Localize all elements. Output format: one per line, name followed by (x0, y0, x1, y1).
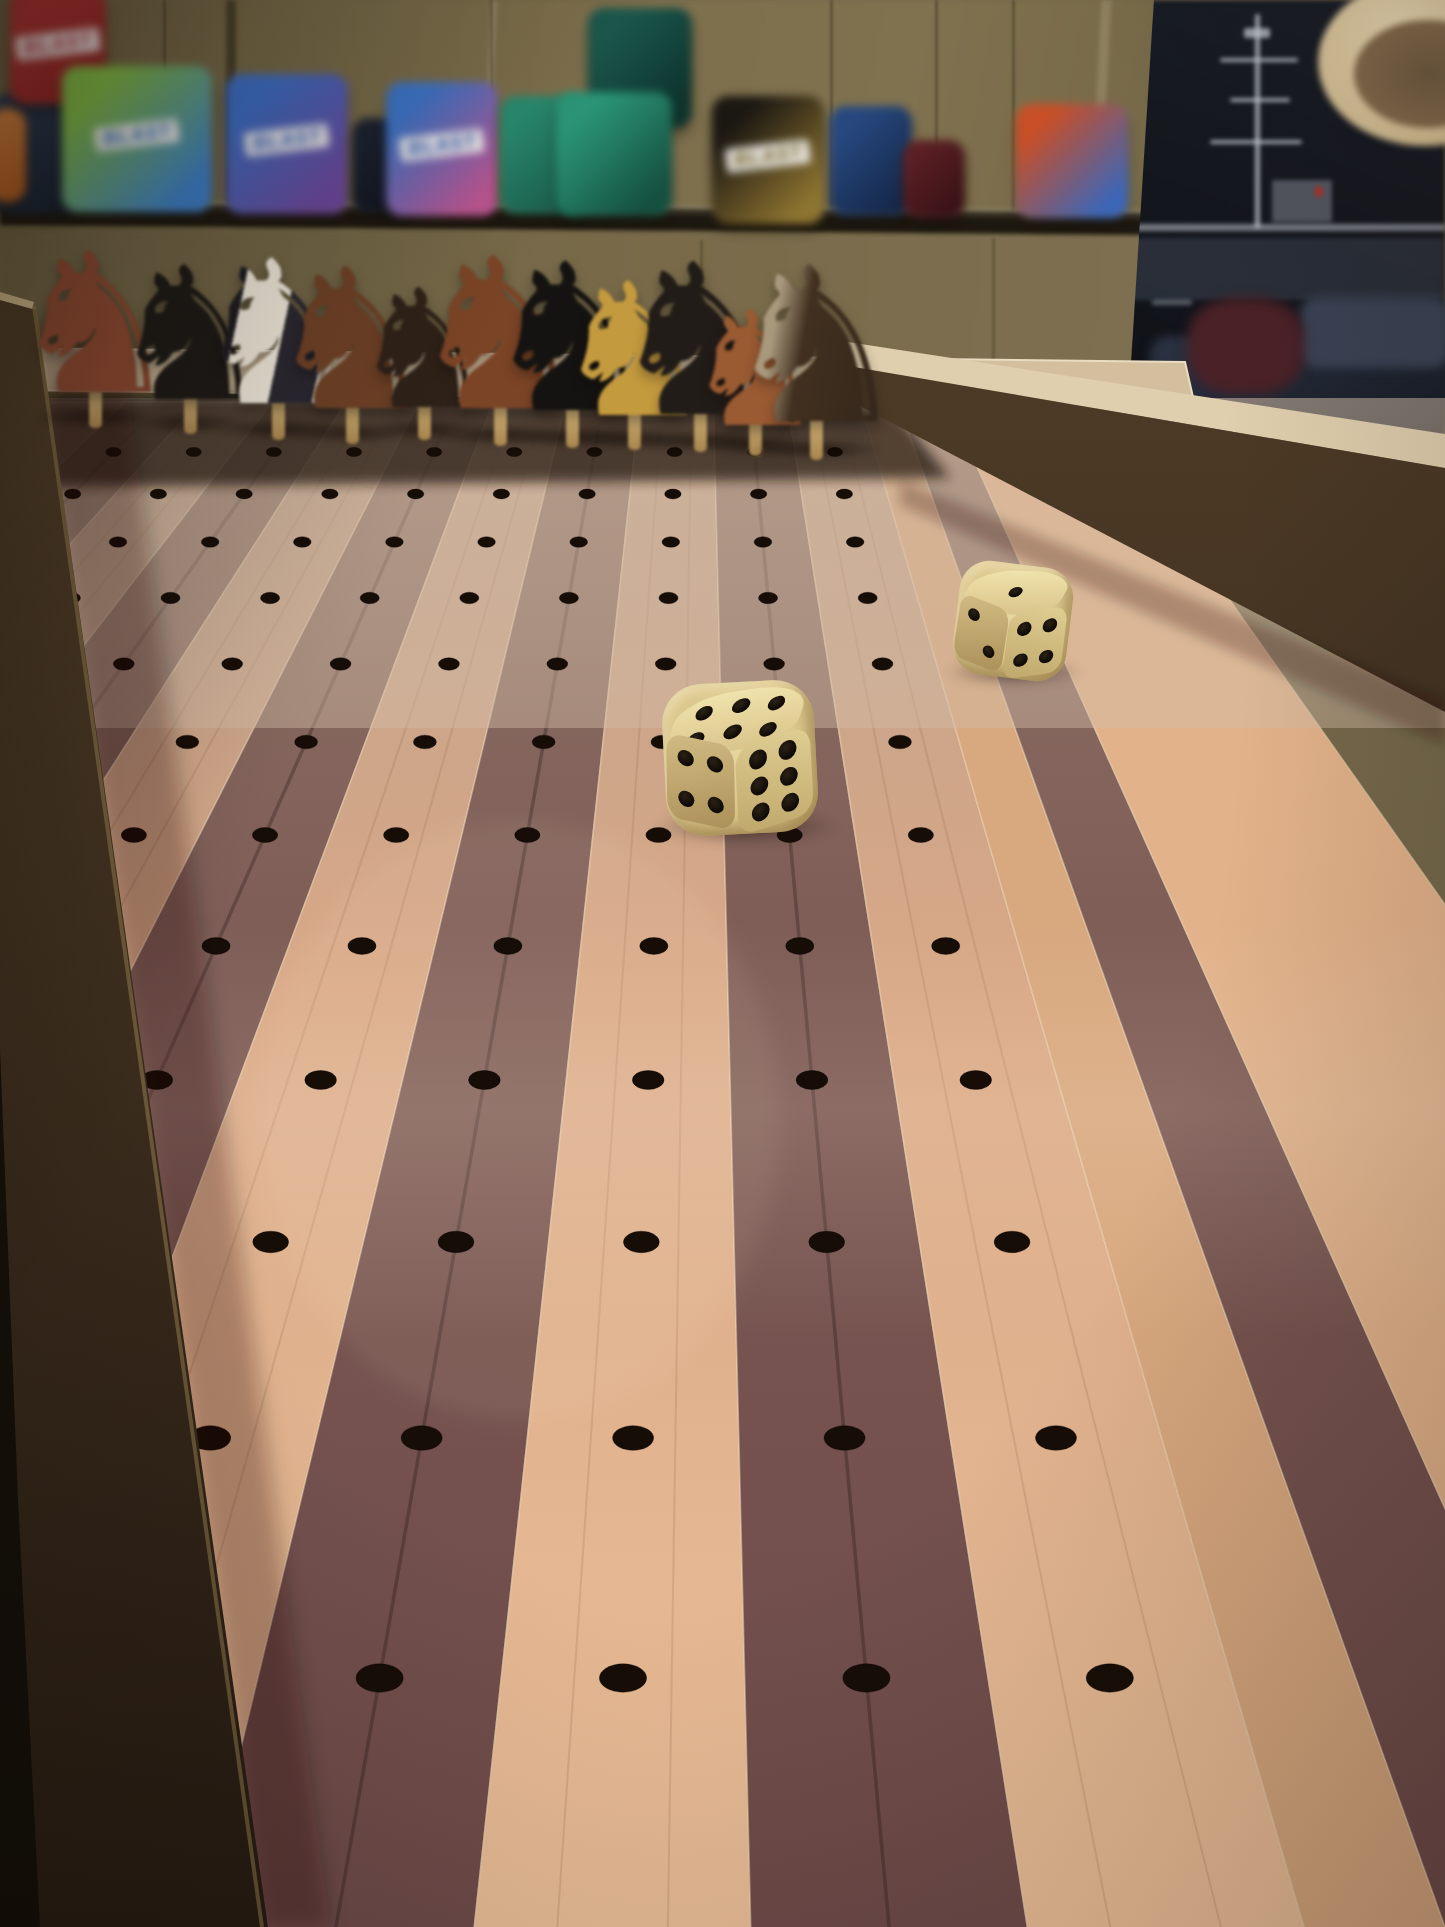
peg-hole (846, 537, 864, 548)
die-2 (949, 557, 1076, 684)
peg-hole (176, 735, 199, 749)
peg-hole (360, 592, 379, 603)
peg-hole (384, 827, 409, 842)
peg-hole (872, 658, 893, 671)
horse-race-game-scene: BLASTBLASTBLASTBLASTBLAST ♞♞♞♞♞♞♞♞♞♞♞ (0, 0, 1445, 1927)
peg-hole (843, 1664, 890, 1692)
peg-hole (570, 537, 588, 548)
peg-hole (150, 489, 166, 499)
peg-hole (438, 1231, 474, 1253)
peg-hole (786, 938, 814, 955)
die-pip (730, 697, 752, 714)
peg-hole (665, 489, 681, 499)
peg-hole (960, 1070, 992, 1089)
peg-hole (858, 592, 877, 603)
die-right-face (1002, 606, 1068, 679)
die-pip (693, 704, 715, 721)
peg-hole (469, 1070, 501, 1089)
peg-hole (386, 537, 404, 548)
die-pip (757, 720, 779, 737)
peg-hole (201, 537, 219, 548)
horse-piece-glyph: ♞ (719, 248, 913, 446)
peg-hole (439, 658, 460, 671)
peg-hole (161, 592, 180, 603)
die-pip (1038, 648, 1054, 664)
die-pip (678, 789, 695, 808)
die-pip (1012, 652, 1028, 668)
peg-hole (1086, 1664, 1133, 1692)
die-pip (781, 790, 800, 814)
die-pip (967, 606, 980, 622)
die-pip (766, 694, 788, 711)
peg-hole (824, 1426, 865, 1451)
peg-hole (623, 1231, 659, 1253)
peg-hole (222, 658, 243, 671)
peg-hole (252, 827, 277, 842)
peg-hole (640, 938, 668, 955)
peg-hole (547, 658, 568, 671)
peg-hole (261, 592, 280, 603)
peg-hole (253, 1231, 289, 1253)
die-pip (708, 795, 725, 814)
die-pip (779, 764, 798, 788)
die-pip (1006, 587, 1025, 598)
peg-hole (889, 735, 912, 749)
die-pip (1016, 621, 1032, 637)
peg-hole (659, 592, 678, 603)
peg-hole (613, 1426, 654, 1451)
die-pip (751, 800, 770, 824)
peg-hole (994, 1231, 1030, 1253)
peg-hole (1036, 1426, 1077, 1451)
peg-hole (413, 735, 436, 749)
peg-hole (579, 489, 595, 499)
peg-hole (236, 489, 252, 499)
die-1 (660, 678, 820, 838)
peg-hole (932, 938, 960, 955)
die-pip (749, 774, 768, 798)
peg-hole (632, 1070, 664, 1089)
peg-hole (293, 537, 311, 548)
peg-hole (559, 592, 578, 603)
die-pip (982, 644, 995, 660)
peg-hole (460, 592, 479, 603)
die-left-face (666, 732, 735, 831)
horse-lane-11: ♞ (719, 248, 913, 446)
peg-hole (759, 592, 778, 603)
peg-hole (493, 489, 509, 499)
peg-hole (809, 1231, 845, 1253)
peg-hole (202, 938, 230, 955)
peg-hole (478, 537, 496, 548)
peg-hole (322, 489, 338, 499)
peg-hole (515, 827, 540, 842)
die-pip (707, 755, 724, 774)
peg-hole (330, 658, 351, 671)
peg-hole (750, 489, 766, 499)
peg-hole (908, 827, 933, 842)
peg-hole (295, 735, 318, 749)
peg-hole (356, 1664, 403, 1692)
peg-hole (532, 735, 555, 749)
die-pip (778, 738, 797, 762)
peg-hole (796, 1070, 828, 1089)
peg-hole (401, 1426, 442, 1451)
peg-hole (407, 489, 423, 499)
peg-hole (348, 938, 376, 955)
peg-hole (662, 537, 680, 548)
die-pip (677, 748, 694, 767)
peg-hole (599, 1664, 646, 1692)
peg-hole (655, 658, 676, 671)
die-pip (748, 748, 767, 772)
peg-hole (836, 489, 852, 499)
die-pip (1042, 617, 1058, 633)
peg-hole (754, 537, 772, 548)
peg-hole (305, 1070, 337, 1089)
die-pip (722, 723, 744, 740)
peg-hole (494, 938, 522, 955)
peg-hole (764, 658, 785, 671)
